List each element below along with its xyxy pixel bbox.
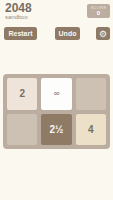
restart-button[interactable]: Restart <box>4 27 37 40</box>
score-value: 0 <box>97 10 100 17</box>
game-screen: 2048 sandbox SCORE 0 Restart Undo ⚙ 2 ∞ … <box>0 0 113 200</box>
empty-cell[interactable] <box>7 114 37 146</box>
tile-two-and-half[interactable]: 2½ <box>41 114 71 146</box>
settings-button[interactable]: ⚙ <box>96 27 110 40</box>
game-title: 2048 <box>5 2 32 14</box>
tile-4[interactable]: 4 <box>76 114 106 146</box>
score-box: SCORE 0 <box>87 4 110 18</box>
tile-infinity[interactable]: ∞ <box>41 78 71 110</box>
gear-icon: ⚙ <box>99 29 107 39</box>
tile-2[interactable]: 2 <box>7 78 37 110</box>
game-board: 2 ∞ 2½ 4 <box>3 74 110 149</box>
empty-cell[interactable] <box>76 78 106 110</box>
undo-button[interactable]: Undo <box>55 27 80 40</box>
title-block: 2048 sandbox <box>5 2 32 20</box>
